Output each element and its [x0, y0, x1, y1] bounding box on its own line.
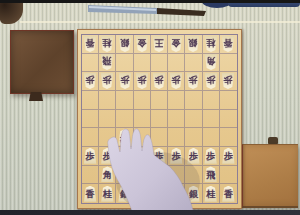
shogi-piece-black[interactable]: 歩 [152, 148, 166, 164]
board-cell[interactable]: 歩 [99, 72, 116, 91]
board-cell[interactable] [116, 110, 133, 129]
shogi-piece-white[interactable]: 歩 [100, 73, 114, 89]
folding-fan [85, 2, 210, 18]
shogi-piece-black[interactable]: 香 [83, 186, 97, 202]
board-cell[interactable]: 歩 [151, 147, 168, 166]
board-cell[interactable]: 歩 [99, 147, 116, 166]
board-cell[interactable]: 歩 [203, 147, 220, 166]
shogi-piece-black[interactable]: 香 [221, 186, 235, 202]
board-cell[interactable] [82, 128, 99, 147]
shogi-piece-white[interactable]: 銀 [186, 36, 200, 52]
board-cell[interactable]: 歩 [82, 72, 99, 91]
board-cell[interactable] [116, 166, 133, 185]
board-cell[interactable] [151, 166, 168, 185]
board-cell[interactable]: 歩 [220, 72, 237, 91]
shogi-piece-black[interactable]: 銀 [186, 186, 200, 202]
board-cell[interactable] [116, 91, 133, 110]
shogi-piece-black[interactable]: 桂 [100, 186, 114, 202]
shogi-piece-black[interactable]: 歩 [204, 148, 218, 164]
board-cell[interactable]: 銀 [116, 184, 133, 203]
board-cell[interactable]: 歩 [168, 147, 185, 166]
shogi-piece-white[interactable]: 歩 [169, 73, 183, 89]
board-cell[interactable]: 桂 [203, 35, 220, 54]
board-cell[interactable]: 歩 [116, 128, 133, 147]
shogi-piece-white[interactable]: 飛 [100, 54, 114, 70]
shogi-piece-white[interactable]: 王 [152, 36, 166, 52]
board-cell[interactable] [203, 110, 220, 129]
shogi-piece-white[interactable]: 金 [169, 36, 183, 52]
board-cell[interactable] [185, 166, 202, 185]
board-cell[interactable]: 角 [203, 54, 220, 73]
board-cell[interactable] [185, 128, 202, 147]
shogi-piece-white[interactable]: 歩 [221, 73, 235, 89]
board-cell[interactable]: 桂 [203, 184, 220, 203]
board-cell[interactable]: 歩 [203, 72, 220, 91]
shogi-piece-black[interactable]: 金 [169, 186, 183, 202]
shogi-piece-white[interactable]: 歩 [204, 73, 218, 89]
board-cell[interactable] [168, 110, 185, 129]
shogi-piece-black[interactable]: 歩 [100, 148, 114, 164]
frame-bottom-edge [0, 210, 300, 215]
komadai-right [241, 144, 298, 208]
komadai-left [10, 30, 74, 94]
board-cell[interactable] [116, 147, 133, 166]
shogi-piece-black[interactable]: 歩 [135, 148, 149, 164]
shogi-scene: 香桂銀金王金銀桂香飛角歩歩歩歩歩歩歩歩歩歩歩歩歩歩歩歩歩歩角飛香桂銀金玉金銀桂香 [0, 0, 300, 215]
shogi-piece-white[interactable]: 歩 [152, 73, 166, 89]
board-cell[interactable] [220, 128, 237, 147]
board-cell[interactable]: 歩 [116, 72, 133, 91]
shogi-piece-white[interactable]: 香 [83, 36, 97, 52]
board-cell[interactable]: 銀 [116, 35, 133, 54]
board-cell[interactable]: 歩 [185, 147, 202, 166]
board-cell[interactable]: 角 [99, 166, 116, 185]
board-cell[interactable] [185, 54, 202, 73]
shogi-piece-black[interactable]: 歩 [169, 148, 183, 164]
board-grid: 香桂銀金王金銀桂香飛角歩歩歩歩歩歩歩歩歩歩歩歩歩歩歩歩歩歩角飛香桂銀金玉金銀桂香 [81, 34, 238, 204]
shogi-piece-white[interactable]: 金 [135, 36, 149, 52]
shogi-piece-black[interactable]: 歩 [83, 148, 97, 164]
board-cell[interactable] [203, 128, 220, 147]
board-cell[interactable] [185, 91, 202, 110]
board-cell[interactable] [82, 166, 99, 185]
board-cell[interactable] [99, 110, 116, 129]
board-cell[interactable] [168, 54, 185, 73]
shogi-piece-white[interactable]: 銀 [118, 36, 132, 52]
board-cell[interactable]: 金 [168, 35, 185, 54]
board-cell[interactable] [220, 91, 237, 110]
board-cell[interactable]: 歩 [185, 72, 202, 91]
board-cell[interactable] [151, 110, 168, 129]
board-cell[interactable] [220, 110, 237, 129]
shogi-board: 香桂銀金王金銀桂香飛角歩歩歩歩歩歩歩歩歩歩歩歩歩歩歩歩歩歩角飛香桂銀金玉金銀桂香 [77, 29, 242, 209]
board-cell[interactable]: 桂 [99, 35, 116, 54]
board-cell[interactable]: 銀 [185, 184, 202, 203]
shogi-piece-white[interactable]: 歩 [186, 73, 200, 89]
shogi-piece-black[interactable]: 桂 [204, 186, 218, 202]
board-cell[interactable] [185, 110, 202, 129]
board-cell[interactable] [134, 91, 151, 110]
board-cell[interactable] [168, 91, 185, 110]
shogi-piece-white[interactable]: 歩 [135, 73, 149, 89]
board-cell[interactable]: 歩 [151, 72, 168, 91]
shogi-piece-white[interactable]: 角 [204, 54, 218, 70]
board-cell[interactable]: 金 [134, 35, 151, 54]
board-cell[interactable]: 香 [82, 35, 99, 54]
shogi-piece-black[interactable]: 飛 [204, 166, 218, 182]
board-cell[interactable] [134, 166, 151, 185]
board-cell[interactable]: 香 [220, 184, 237, 203]
board-cell[interactable] [134, 128, 151, 147]
shogi-piece-black[interactable]: 金 [135, 186, 149, 202]
board-cell[interactable] [82, 91, 99, 110]
board-cell[interactable]: 王 [151, 35, 168, 54]
board-cell[interactable] [220, 166, 237, 185]
shogi-piece-black[interactable]: 歩 [186, 148, 200, 164]
shogi-piece-black[interactable]: 玉 [152, 186, 166, 202]
board-cell[interactable]: 歩 [134, 72, 151, 91]
shogi-piece-white[interactable]: 桂 [204, 36, 218, 52]
board-cell[interactable]: 香 [220, 35, 237, 54]
board-cell[interactable] [168, 128, 185, 147]
board-cell[interactable] [82, 110, 99, 129]
board-cell[interactable]: 香 [82, 184, 99, 203]
board-cell[interactable] [99, 128, 116, 147]
board-cell[interactable]: 歩 [220, 147, 237, 166]
shogi-piece-black[interactable]: 銀 [118, 186, 132, 202]
board-cell[interactable] [220, 54, 237, 73]
board-cell[interactable]: 飛 [99, 54, 116, 73]
board-cell[interactable]: 金 [134, 184, 151, 203]
board-cell[interactable] [134, 54, 151, 73]
shogi-piece-black[interactable]: 歩 [221, 148, 235, 164]
shogi-piece-white[interactable]: 歩 [83, 73, 97, 89]
board-cell[interactable] [82, 54, 99, 73]
board-cell[interactable]: 銀 [185, 35, 202, 54]
board-cell[interactable] [134, 110, 151, 129]
board-cell[interactable]: 歩 [82, 147, 99, 166]
board-cell[interactable] [168, 166, 185, 185]
tatami-seam [20, 21, 300, 23]
board-cell[interactable] [151, 54, 168, 73]
board-cell[interactable]: 玉 [151, 184, 168, 203]
board-cell[interactable]: 歩 [168, 72, 185, 91]
board-cell[interactable] [151, 128, 168, 147]
board-cell[interactable]: 金 [168, 184, 185, 203]
board-cell[interactable]: 歩 [134, 147, 151, 166]
board-cell[interactable] [151, 91, 168, 110]
board-cell[interactable] [116, 54, 133, 73]
shogi-piece-white[interactable]: 歩 [118, 73, 132, 89]
board-cell[interactable]: 飛 [203, 166, 220, 185]
shogi-piece-black[interactable]: 歩 [118, 129, 132, 145]
shogi-piece-white[interactable]: 桂 [100, 36, 114, 52]
board-cell[interactable] [203, 91, 220, 110]
fan-dark-part [157, 8, 206, 16]
komadai-left-leg [29, 92, 43, 101]
shogi-piece-black[interactable]: 角 [100, 166, 114, 182]
board-cell[interactable] [99, 91, 116, 110]
board-cell[interactable]: 桂 [99, 184, 116, 203]
shogi-piece-white[interactable]: 香 [221, 36, 235, 52]
